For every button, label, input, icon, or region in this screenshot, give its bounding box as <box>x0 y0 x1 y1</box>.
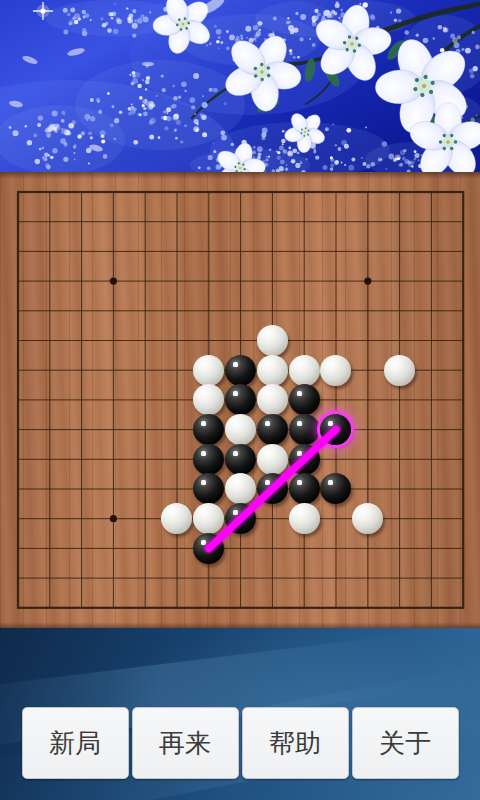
stone-white <box>257 355 288 386</box>
stone-black <box>193 473 224 504</box>
stone-black <box>225 355 256 386</box>
stone-black <box>289 473 320 504</box>
stone-white <box>289 503 320 534</box>
stone-black <box>225 444 256 475</box>
stone-black <box>289 444 320 475</box>
menu-bar: 新局 再来 帮助 关于 <box>0 628 480 800</box>
stone-white <box>352 503 383 534</box>
blossom-artwork-svg <box>0 0 480 172</box>
header-artwork <box>0 0 480 172</box>
help-button[interactable]: 帮助 <box>242 707 349 779</box>
stone-white <box>320 355 351 386</box>
stone-black-last-move <box>320 414 351 445</box>
stone-white <box>289 355 320 386</box>
app-screen: 新局 再来 帮助 关于 <box>0 0 480 800</box>
stone-black <box>257 414 288 445</box>
stone-black <box>193 414 224 445</box>
stones-layer <box>2 177 479 622</box>
stone-black <box>289 414 320 445</box>
menu-row: 新局 再来 帮助 关于 <box>0 707 480 779</box>
stone-white <box>225 473 256 504</box>
stone-black <box>289 384 320 415</box>
stone-black <box>320 473 351 504</box>
stone-black <box>257 473 288 504</box>
stone-black <box>225 384 256 415</box>
stone-white <box>225 414 256 445</box>
stone-black <box>225 503 256 534</box>
retry-button[interactable]: 再来 <box>132 707 239 779</box>
stone-white <box>257 325 288 356</box>
stone-black <box>193 444 224 475</box>
about-button[interactable]: 关于 <box>352 707 459 779</box>
stone-black <box>193 533 224 564</box>
stone-white <box>257 444 288 475</box>
stone-white <box>161 503 192 534</box>
board[interactable] <box>0 172 480 628</box>
stone-white <box>384 355 415 386</box>
stone-white <box>193 503 224 534</box>
stone-white <box>193 384 224 415</box>
new-game-button[interactable]: 新局 <box>22 707 129 779</box>
stone-white <box>257 384 288 415</box>
stone-white <box>193 355 224 386</box>
